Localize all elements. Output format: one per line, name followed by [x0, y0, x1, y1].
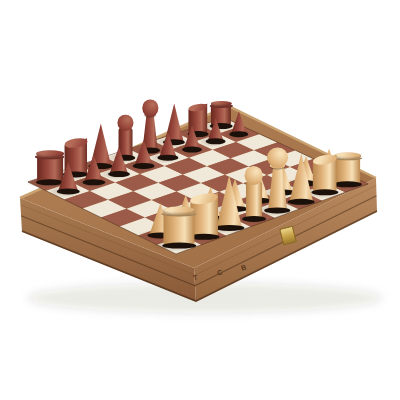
board-and-case-graphic [0, 0, 400, 400]
product-photo-chess-set: T C B [0, 0, 400, 400]
